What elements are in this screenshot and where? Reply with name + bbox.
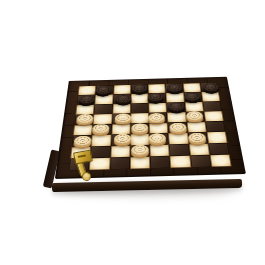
square-b3 <box>94 104 113 114</box>
square-b7 <box>90 146 110 158</box>
square-d8 <box>130 156 150 169</box>
square-g6 <box>187 132 208 144</box>
square-h3 <box>202 101 222 111</box>
square-b5 <box>92 124 112 135</box>
square-d3 <box>130 103 148 113</box>
black-man-h1 <box>202 83 219 92</box>
white-man-c6 <box>113 134 131 144</box>
square-c3 <box>112 103 130 113</box>
square-c7 <box>110 145 130 157</box>
square-f5 <box>168 122 188 133</box>
square-g8 <box>190 155 212 168</box>
square-h6 <box>207 132 228 144</box>
square-f7 <box>169 144 190 156</box>
board-grid <box>69 83 232 171</box>
square-d1 <box>131 84 149 94</box>
square-f4 <box>167 112 186 123</box>
black-man-f3 <box>168 102 185 111</box>
black-man-d1 <box>132 84 148 93</box>
white-man-d5 <box>131 123 148 133</box>
white-man-e6 <box>149 133 167 143</box>
square-h5 <box>205 121 226 132</box>
black-man-a2 <box>79 95 96 104</box>
square-a6 <box>72 135 92 147</box>
square-c2 <box>113 94 131 104</box>
square-b1 <box>95 85 113 95</box>
square-a2 <box>77 95 96 105</box>
square-a5 <box>73 124 93 135</box>
black-man-e2 <box>148 93 164 102</box>
square-h7 <box>208 143 229 155</box>
square-g1 <box>183 83 202 93</box>
square-h2 <box>201 92 220 102</box>
square-e7 <box>150 144 170 156</box>
square-d6 <box>130 134 149 146</box>
square-h4 <box>204 111 224 122</box>
square-e5 <box>149 123 168 134</box>
square-e2 <box>148 93 166 103</box>
white-man-e4 <box>148 113 165 123</box>
white-man-c4 <box>114 113 131 123</box>
checkers-set-photo[interactable] <box>0 0 265 265</box>
square-f1 <box>165 83 183 93</box>
white-man-g6 <box>188 133 206 143</box>
white-man-d7 <box>131 144 149 155</box>
square-g2 <box>183 92 202 102</box>
square-d4 <box>130 113 149 124</box>
square-c4 <box>112 113 131 124</box>
square-d5 <box>130 123 149 134</box>
white-man-a6 <box>74 136 92 146</box>
square-c1 <box>113 85 131 95</box>
square-g4 <box>185 111 205 122</box>
square-g7 <box>189 143 210 155</box>
square-f3 <box>166 102 185 112</box>
square-a4 <box>74 114 94 125</box>
black-man-g2 <box>184 92 201 101</box>
square-e8 <box>150 156 171 169</box>
white-man-f5 <box>170 123 188 133</box>
white-man-a4 <box>76 114 94 124</box>
square-a1 <box>78 86 96 96</box>
square-g5 <box>186 122 206 133</box>
white-man-g4 <box>185 111 203 121</box>
square-h8 <box>210 154 232 167</box>
black-man-f1 <box>167 84 183 93</box>
square-c8 <box>109 157 129 170</box>
square-f6 <box>168 133 188 145</box>
square-c6 <box>111 134 131 146</box>
black-man-b1 <box>96 86 112 95</box>
square-e3 <box>148 102 167 112</box>
square-d2 <box>131 93 149 103</box>
square-h1 <box>200 83 219 93</box>
square-b2 <box>95 94 113 104</box>
square-d7 <box>130 145 150 157</box>
black-man-c2 <box>115 94 131 103</box>
square-e6 <box>149 133 169 145</box>
square-f8 <box>170 155 191 168</box>
square-b6 <box>91 135 111 147</box>
square-e4 <box>149 112 168 123</box>
